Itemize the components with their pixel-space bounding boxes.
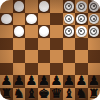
board-square-r7c2[interactable]: ♝ — [25, 88, 38, 101]
board-square-r2c2[interactable] — [25, 25, 38, 38]
board-square-r4c4[interactable] — [50, 50, 63, 63]
board-square-r4c2[interactable] — [25, 50, 38, 63]
black-chess-knight[interactable]: ♞ — [13, 88, 26, 101]
board-square-r7c3[interactable]: ♚ — [38, 88, 51, 101]
white-checker-crowned[interactable] — [89, 1, 100, 12]
board-square-r2c5[interactable] — [63, 25, 76, 38]
board-square-r7c7[interactable]: ♜ — [88, 88, 101, 101]
black-chess-queen[interactable]: ♛ — [50, 88, 63, 101]
board-square-r0c6[interactable] — [75, 0, 88, 13]
board-square-r4c1[interactable] — [13, 50, 26, 63]
board-square-r3c6[interactable] — [75, 38, 88, 51]
white-checker-man[interactable] — [1, 14, 12, 25]
board-square-r0c3[interactable] — [38, 0, 51, 13]
white-checker-crowned[interactable] — [89, 26, 100, 37]
black-chess-bishop[interactable]: ♝ — [25, 88, 38, 101]
board-square-r0c4[interactable] — [50, 0, 63, 13]
board-square-r3c7[interactable] — [88, 38, 101, 51]
white-checker-man[interactable] — [39, 1, 50, 12]
game-app-icon: ♟♟♟♟♟♟♟♟♜♞♝♚♛♝♞♜ — [0, 0, 100, 100]
white-checker-crowned[interactable] — [64, 1, 75, 12]
white-checker-man[interactable] — [14, 1, 25, 12]
board-square-r0c2[interactable] — [25, 0, 38, 13]
white-checker-man[interactable] — [26, 14, 37, 25]
board-square-r3c0[interactable] — [0, 38, 13, 51]
board-square-r7c4[interactable]: ♛ — [50, 88, 63, 101]
game-board: ♟♟♟♟♟♟♟♟♜♞♝♚♛♝♞♜ — [0, 0, 100, 100]
board-square-r0c5[interactable] — [63, 0, 76, 13]
board-square-r3c2[interactable] — [25, 38, 38, 51]
board-square-r2c3[interactable] — [38, 25, 51, 38]
black-chess-bishop[interactable]: ♝ — [63, 88, 76, 101]
board-square-r7c6[interactable]: ♞ — [75, 88, 88, 101]
black-chess-rook[interactable]: ♜ — [0, 88, 13, 101]
board-square-r4c7[interactable] — [88, 50, 101, 63]
board-square-r3c3[interactable] — [38, 38, 51, 51]
board-square-r1c5[interactable] — [63, 13, 76, 26]
white-checker-crowned[interactable] — [64, 14, 75, 25]
board-square-r0c0[interactable] — [0, 0, 13, 13]
board-square-r2c0[interactable] — [0, 25, 13, 38]
white-checker-man[interactable] — [14, 26, 25, 37]
board-square-r3c5[interactable] — [63, 38, 76, 51]
board-square-r1c4[interactable] — [50, 13, 63, 26]
board-square-r1c0[interactable] — [0, 13, 13, 26]
white-checker-crowned[interactable] — [64, 26, 75, 37]
board-square-r1c6[interactable] — [75, 13, 88, 26]
board-square-r4c3[interactable] — [38, 50, 51, 63]
board-square-r0c7[interactable] — [88, 0, 101, 13]
board-square-r3c1[interactable] — [13, 38, 26, 51]
board-square-r2c1[interactable] — [13, 25, 26, 38]
board-square-r7c1[interactable]: ♞ — [13, 88, 26, 101]
white-checker-crowned[interactable] — [76, 26, 87, 37]
board-square-r1c2[interactable] — [25, 13, 38, 26]
board-square-r7c5[interactable]: ♝ — [63, 88, 76, 101]
board-square-r1c7[interactable] — [88, 13, 101, 26]
black-chess-king[interactable]: ♚ — [38, 88, 51, 101]
board-square-r1c1[interactable] — [13, 13, 26, 26]
white-checker-crowned[interactable] — [76, 1, 87, 12]
board-square-r4c0[interactable] — [0, 50, 13, 63]
board-square-r7c0[interactable]: ♜ — [0, 88, 13, 101]
white-checker-crowned[interactable] — [76, 14, 87, 25]
white-checker-crowned[interactable] — [89, 14, 100, 25]
board-square-r2c6[interactable] — [75, 25, 88, 38]
board-square-r3c4[interactable] — [50, 38, 63, 51]
black-chess-rook[interactable]: ♜ — [88, 88, 101, 101]
board-square-r1c3[interactable] — [38, 13, 51, 26]
white-checker-man[interactable] — [39, 26, 50, 37]
black-chess-knight[interactable]: ♞ — [75, 88, 88, 101]
board-square-r0c1[interactable] — [13, 0, 26, 13]
board-square-r2c7[interactable] — [88, 25, 101, 38]
board-square-r4c6[interactable] — [75, 50, 88, 63]
board-square-r4c5[interactable] — [63, 50, 76, 63]
board-square-r2c4[interactable] — [50, 25, 63, 38]
